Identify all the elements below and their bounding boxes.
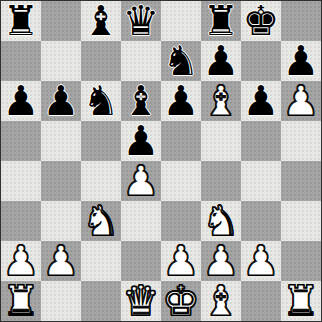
square-f1[interactable]: ♝ [201, 281, 241, 321]
white-pawn: ♟ [3, 241, 40, 281]
square-d8[interactable]: ♛ [121, 1, 161, 41]
square-e4[interactable] [161, 161, 201, 201]
white-pawn: ♟ [43, 241, 80, 281]
square-d2[interactable] [121, 241, 161, 281]
black-knight: ♞ [163, 41, 200, 81]
square-e2[interactable]: ♟ [161, 241, 201, 281]
square-c2[interactable] [81, 241, 121, 281]
square-d1[interactable]: ♛ [121, 281, 161, 321]
black-king: ♚ [243, 1, 280, 41]
square-e8[interactable] [161, 1, 201, 41]
square-h4[interactable] [281, 161, 321, 201]
square-c5[interactable] [81, 121, 121, 161]
square-g5[interactable] [241, 121, 281, 161]
black-rook: ♜ [3, 1, 40, 41]
black-pawn: ♟ [203, 41, 240, 81]
white-knight: ♞ [83, 201, 120, 241]
square-c1[interactable] [81, 281, 121, 321]
square-c7[interactable] [81, 41, 121, 81]
black-knight: ♞ [83, 81, 120, 121]
square-g6[interactable]: ♟ [241, 81, 281, 121]
white-queen: ♛ [123, 281, 160, 321]
square-b8[interactable] [41, 1, 81, 41]
square-a8[interactable]: ♜ [1, 1, 41, 41]
black-pawn: ♟ [243, 81, 280, 121]
square-a2[interactable]: ♟ [1, 241, 41, 281]
square-f5[interactable] [201, 121, 241, 161]
white-pawn: ♟ [163, 241, 200, 281]
white-rook: ♜ [3, 281, 40, 321]
square-c6[interactable]: ♞ [81, 81, 121, 121]
square-b4[interactable] [41, 161, 81, 201]
square-g4[interactable] [241, 161, 281, 201]
square-f7[interactable]: ♟ [201, 41, 241, 81]
square-e5[interactable] [161, 121, 201, 161]
square-d5[interactable]: ♟ [121, 121, 161, 161]
square-h3[interactable] [281, 201, 321, 241]
square-e7[interactable]: ♞ [161, 41, 201, 81]
square-c3[interactable]: ♞ [81, 201, 121, 241]
square-a1[interactable]: ♜ [1, 281, 41, 321]
square-f3[interactable]: ♞ [201, 201, 241, 241]
white-knight: ♞ [203, 201, 240, 241]
square-b2[interactable]: ♟ [41, 241, 81, 281]
white-king: ♚ [163, 281, 200, 321]
square-h6[interactable]: ♟ [281, 81, 321, 121]
black-bishop: ♝ [123, 81, 160, 121]
square-g8[interactable]: ♚ [241, 1, 281, 41]
square-h1[interactable]: ♜ [281, 281, 321, 321]
square-e1[interactable]: ♚ [161, 281, 201, 321]
square-g1[interactable] [241, 281, 281, 321]
black-pawn: ♟ [163, 81, 200, 121]
square-h7[interactable]: ♟ [281, 41, 321, 81]
square-h2[interactable] [281, 241, 321, 281]
black-queen: ♛ [123, 1, 160, 41]
square-e3[interactable] [161, 201, 201, 241]
square-f6[interactable]: ♝ [201, 81, 241, 121]
square-g2[interactable]: ♟ [241, 241, 281, 281]
black-bishop: ♝ [83, 1, 120, 41]
square-a5[interactable] [1, 121, 41, 161]
black-pawn: ♟ [43, 81, 80, 121]
square-f8[interactable]: ♜ [201, 1, 241, 41]
black-pawn: ♟ [3, 81, 40, 121]
square-b5[interactable] [41, 121, 81, 161]
square-a3[interactable] [1, 201, 41, 241]
square-a7[interactable] [1, 41, 41, 81]
black-pawn: ♟ [123, 121, 160, 161]
square-d7[interactable] [121, 41, 161, 81]
square-d3[interactable] [121, 201, 161, 241]
square-f4[interactable] [201, 161, 241, 201]
white-bishop: ♝ [203, 281, 240, 321]
white-pawn: ♟ [123, 161, 160, 201]
black-rook: ♜ [203, 1, 240, 41]
square-f2[interactable]: ♟ [201, 241, 241, 281]
square-c4[interactable] [81, 161, 121, 201]
chess-board: ♜♝♛♜♚♞♟♟♟♟♞♝♟♝♟♟♟♟♞♞♟♟♟♟♟♜♛♚♝♜ [1, 1, 321, 321]
square-a6[interactable]: ♟ [1, 81, 41, 121]
square-g3[interactable] [241, 201, 281, 241]
square-d6[interactable]: ♝ [121, 81, 161, 121]
white-rook: ♜ [283, 281, 320, 321]
square-h5[interactable] [281, 121, 321, 161]
white-pawn: ♟ [243, 241, 280, 281]
square-a4[interactable] [1, 161, 41, 201]
square-b7[interactable] [41, 41, 81, 81]
white-pawn: ♟ [203, 241, 240, 281]
square-e6[interactable]: ♟ [161, 81, 201, 121]
black-pawn: ♟ [283, 41, 320, 81]
white-bishop: ♝ [203, 81, 240, 121]
square-h8[interactable] [281, 1, 321, 41]
white-pawn: ♟ [283, 81, 320, 121]
square-b3[interactable] [41, 201, 81, 241]
chess-board-frame: ♜♝♛♜♚♞♟♟♟♟♞♝♟♝♟♟♟♟♞♞♟♟♟♟♟♜♛♚♝♜ [0, 0, 322, 322]
square-d4[interactable]: ♟ [121, 161, 161, 201]
square-c8[interactable]: ♝ [81, 1, 121, 41]
square-g7[interactable] [241, 41, 281, 81]
square-b6[interactable]: ♟ [41, 81, 81, 121]
square-b1[interactable] [41, 281, 81, 321]
